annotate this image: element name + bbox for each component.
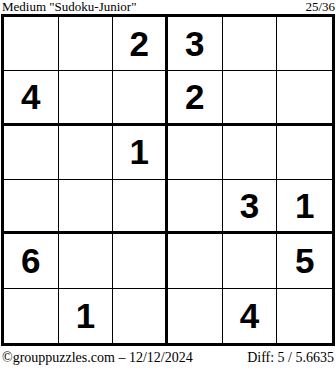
- cell-r2c3[interactable]: [113, 71, 168, 125]
- cell-r4c1[interactable]: [4, 180, 59, 234]
- cell-r5c3[interactable]: [113, 234, 168, 288]
- cell-r4c3[interactable]: [113, 180, 168, 234]
- cell-r5c1-given: 6: [4, 234, 59, 288]
- cell-r6c6[interactable]: [277, 289, 332, 343]
- cell-r1c3-given: 2: [113, 17, 168, 71]
- sudoku-board: 23421316514: [1, 14, 335, 346]
- cell-r3c5[interactable]: [223, 126, 278, 180]
- cell-r1c6[interactable]: [277, 17, 332, 71]
- footer: ©grouppuzzles.com – 12/12/2024 Diff: 5 /…: [2, 350, 334, 366]
- cell-r5c5[interactable]: [223, 234, 278, 288]
- cell-r5c6-given: 5: [277, 234, 332, 288]
- cell-r5c4[interactable]: [168, 234, 223, 288]
- cell-r2c4-given: 2: [168, 71, 223, 125]
- cell-r2c5[interactable]: [223, 71, 278, 125]
- cell-r4c4[interactable]: [168, 180, 223, 234]
- cell-r2c1-given: 4: [4, 71, 59, 125]
- credit-text: ©grouppuzzles.com – 12/12/2024: [2, 350, 193, 366]
- cell-r6c4[interactable]: [168, 289, 223, 343]
- cell-r3c1[interactable]: [4, 126, 59, 180]
- cell-r3c4[interactable]: [168, 126, 223, 180]
- cell-r2c2[interactable]: [59, 71, 114, 125]
- cell-r3c2[interactable]: [59, 126, 114, 180]
- cell-r6c5-given: 4: [223, 289, 278, 343]
- cell-r2c6[interactable]: [277, 71, 332, 125]
- cell-r3c3-given: 1: [113, 126, 168, 180]
- header: Medium "Sudoku-Junior" 25/36: [2, 0, 335, 13]
- cell-r6c3[interactable]: [113, 289, 168, 343]
- cell-r3c6[interactable]: [277, 126, 332, 180]
- cell-r1c2[interactable]: [59, 17, 114, 71]
- puzzle-title: Medium "Sudoku-Junior": [2, 0, 136, 13]
- cell-r4c5-given: 3: [223, 180, 278, 234]
- cell-r5c2[interactable]: [59, 234, 114, 288]
- cell-r4c6-given: 1: [277, 180, 332, 234]
- cell-r4c2[interactable]: [59, 180, 114, 234]
- difficulty-text: Diff: 5 / 5.6635: [247, 350, 334, 366]
- cell-r1c5[interactable]: [223, 17, 278, 71]
- cell-r1c4-given: 3: [168, 17, 223, 71]
- cell-r6c2-given: 1: [59, 289, 114, 343]
- cell-r6c1[interactable]: [4, 289, 59, 343]
- cell-r1c1[interactable]: [4, 17, 59, 71]
- cell-counter: 25/36: [305, 0, 335, 13]
